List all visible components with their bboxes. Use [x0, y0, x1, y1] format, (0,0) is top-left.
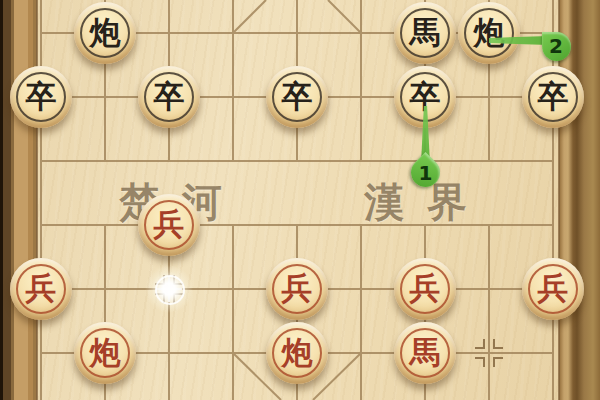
piece-black-soldier[interactable]: 卒 — [394, 66, 456, 128]
xiangqi-board[interactable]: 炮馬炮卒卒卒卒卒兵兵兵兵兵炮炮馬 — [9, 1, 585, 385]
piece-glyph: 卒 — [10, 65, 72, 127]
xiangqi-app-screen: 楚河 漢界 炮馬炮卒卒卒卒卒兵兵兵兵兵炮炮馬 12 — [0, 0, 600, 400]
piece-red-horse[interactable]: 馬 — [394, 322, 456, 384]
piece-glyph: 卒 — [394, 65, 456, 127]
piece-black-soldier[interactable]: 卒 — [522, 66, 584, 128]
piece-glyph: 兵 — [522, 257, 584, 319]
piece-red-soldier[interactable]: 兵 — [394, 258, 456, 320]
piece-glyph: 馬 — [394, 1, 456, 63]
piece-glyph: 炮 — [74, 1, 136, 63]
piece-glyph: 兵 — [266, 257, 328, 319]
piece-glyph: 炮 — [266, 321, 328, 383]
piece-glyph: 兵 — [10, 257, 72, 319]
piece-black-cannon[interactable]: 炮 — [458, 2, 520, 64]
piece-glyph: 卒 — [138, 65, 200, 127]
piece-glyph: 馬 — [394, 321, 456, 383]
piece-red-soldier[interactable]: 兵 — [522, 258, 584, 320]
piece-black-horse[interactable]: 馬 — [394, 2, 456, 64]
piece-black-cannon[interactable]: 炮 — [74, 2, 136, 64]
piece-glyph: 炮 — [458, 1, 520, 63]
piece-black-soldier[interactable]: 卒 — [10, 66, 72, 128]
piece-red-cannon[interactable]: 炮 — [266, 322, 328, 384]
piece-red-soldier[interactable]: 兵 — [266, 258, 328, 320]
piece-glyph: 兵 — [138, 193, 200, 255]
piece-glyph: 卒 — [522, 65, 584, 127]
piece-black-soldier[interactable]: 卒 — [138, 66, 200, 128]
piece-glyph: 炮 — [74, 321, 136, 383]
piece-red-soldier[interactable]: 兵 — [138, 194, 200, 256]
piece-black-soldier[interactable]: 卒 — [266, 66, 328, 128]
piece-red-cannon[interactable]: 炮 — [74, 322, 136, 384]
piece-glyph: 卒 — [266, 65, 328, 127]
tap-highlight-effect — [144, 264, 194, 314]
piece-red-soldier[interactable]: 兵 — [10, 258, 72, 320]
piece-glyph: 兵 — [394, 257, 456, 319]
sparkle-ring — [155, 275, 185, 305]
